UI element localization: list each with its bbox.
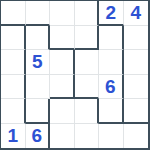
cell-r3c3[interactable] xyxy=(75,75,100,100)
cell-r0c1[interactable] xyxy=(26,1,51,26)
cell-r1c0[interactable] xyxy=(1,26,26,51)
cell-r2c4[interactable] xyxy=(99,50,124,75)
cell-r4c1[interactable] xyxy=(26,99,51,124)
cell-r0c5-given-4: 4 xyxy=(124,1,149,26)
cell-r5c4[interactable] xyxy=(99,124,124,149)
cell-r2c5[interactable] xyxy=(124,50,149,75)
cell-r4c0[interactable] xyxy=(1,99,26,124)
cell-r2c2[interactable] xyxy=(50,50,75,75)
cell-r4c3[interactable] xyxy=(75,99,100,124)
cell-r3c0[interactable] xyxy=(1,75,26,100)
cell-r0c0[interactable] xyxy=(1,1,26,26)
cell-r0c3[interactable] xyxy=(75,1,100,26)
cell-r2c0[interactable] xyxy=(1,50,26,75)
cell-r1c1[interactable] xyxy=(26,26,51,51)
cell-r5c3[interactable] xyxy=(75,124,100,149)
cell-r1c2[interactable] xyxy=(50,26,75,51)
cell-r2c1-given-5: 5 xyxy=(26,50,51,75)
sudoku-board: 245616 xyxy=(0,0,150,150)
cell-r4c2[interactable] xyxy=(50,99,75,124)
cell-r5c2[interactable] xyxy=(50,124,75,149)
cell-r1c5[interactable] xyxy=(124,26,149,51)
cell-r5c0-given-1: 1 xyxy=(1,124,26,149)
cell-r0c2[interactable] xyxy=(50,1,75,26)
cell-r3c5[interactable] xyxy=(124,75,149,100)
cell-r2c3[interactable] xyxy=(75,50,100,75)
cell-r1c4[interactable] xyxy=(99,26,124,51)
cell-r0c4-given-2: 2 xyxy=(99,1,124,26)
cell-r3c4-given-6: 6 xyxy=(99,75,124,100)
cell-r3c1[interactable] xyxy=(26,75,51,100)
cell-r4c4[interactable] xyxy=(99,99,124,124)
cell-r3c2[interactable] xyxy=(50,75,75,100)
cell-r5c5[interactable] xyxy=(124,124,149,149)
cell-r5c1-given-6: 6 xyxy=(26,124,51,149)
cell-r1c3[interactable] xyxy=(75,26,100,51)
cell-r4c5[interactable] xyxy=(124,99,149,124)
